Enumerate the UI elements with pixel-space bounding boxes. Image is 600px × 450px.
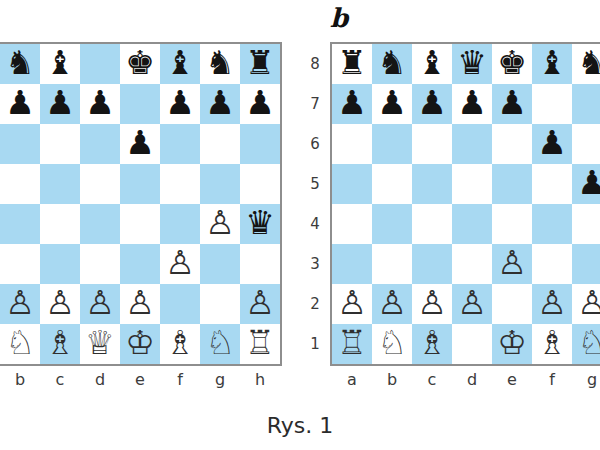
white-pawn: ♙ <box>165 243 195 283</box>
square-f3: ♙ <box>160 244 200 284</box>
square-f1: ♗ <box>160 324 200 364</box>
square-d8 <box>80 44 120 84</box>
square-e1: ♔ <box>492 324 532 364</box>
square-c6 <box>40 124 80 164</box>
rank-label-3: 3 <box>300 244 330 284</box>
square-f4 <box>532 204 572 244</box>
black-king: ♚ <box>497 43 527 83</box>
file-label-g: g <box>572 366 600 393</box>
square-e4 <box>492 204 532 244</box>
square-e3: ♙ <box>492 244 532 284</box>
square-b7: ♟ <box>372 84 412 124</box>
square-a6 <box>332 124 372 164</box>
square-c4 <box>412 204 452 244</box>
square-g8: ♞ <box>572 44 600 84</box>
rank-label-2: 2 <box>300 284 330 324</box>
square-f8: ♝ <box>160 44 200 84</box>
black-pawn: ♟ <box>5 83 35 123</box>
square-d6 <box>452 124 492 164</box>
white-pawn: ♙ <box>205 203 235 243</box>
white-king: ♔ <box>125 323 155 363</box>
square-d4 <box>80 204 120 244</box>
black-pawn: ♟ <box>457 83 487 123</box>
white-pawn: ♙ <box>417 283 447 323</box>
file-label-e: e <box>120 366 160 393</box>
square-c2: ♙ <box>412 284 452 324</box>
square-h7: ♟ <box>240 84 280 124</box>
file-label-a: a <box>332 366 372 393</box>
square-g2: ♙ <box>572 284 600 324</box>
square-a5 <box>332 164 372 204</box>
white-knight: ♘ <box>205 323 235 363</box>
square-d7: ♟ <box>80 84 120 124</box>
square-d3 <box>80 244 120 284</box>
square-e8: ♚ <box>492 44 532 84</box>
square-f1: ♗ <box>532 324 572 364</box>
square-c2: ♙ <box>40 284 80 324</box>
file-label-b: b <box>372 366 412 393</box>
black-pawn: ♟ <box>377 83 407 123</box>
square-b5 <box>372 164 412 204</box>
square-f2: ♙ <box>532 284 572 324</box>
square-b7: ♟ <box>0 84 40 124</box>
square-e2: ♙ <box>120 284 160 324</box>
rank-labels: 87654321 <box>300 42 330 393</box>
rank-label-8: 8 <box>300 44 330 84</box>
square-d6 <box>80 124 120 164</box>
black-pawn: ♟ <box>337 83 367 123</box>
square-c3 <box>40 244 80 284</box>
black-rook: ♜ <box>245 43 275 83</box>
black-pawn: ♟ <box>245 83 275 123</box>
square-g4: ♙ <box>200 204 240 244</box>
square-d2: ♙ <box>452 284 492 324</box>
white-pawn: ♙ <box>245 283 275 323</box>
white-knight: ♘ <box>577 323 600 363</box>
file-label-c: c <box>412 366 452 393</box>
square-h4: ♛ <box>240 204 280 244</box>
white-pawn: ♙ <box>85 283 115 323</box>
square-e2 <box>492 284 532 324</box>
square-f6 <box>160 124 200 164</box>
file-label-h: h <box>240 366 280 393</box>
square-d1: ♕ <box>80 324 120 364</box>
square-d5 <box>452 164 492 204</box>
square-a3 <box>332 244 372 284</box>
white-bishop: ♗ <box>165 323 195 363</box>
square-f5 <box>532 164 572 204</box>
white-knight: ♘ <box>5 323 35 363</box>
white-pawn: ♙ <box>377 283 407 323</box>
square-f5 <box>160 164 200 204</box>
square-g1: ♘ <box>572 324 600 364</box>
square-f6: ♟ <box>532 124 572 164</box>
square-d1 <box>452 324 492 364</box>
chessboard-right: 87654321♜♞♝♛♚♝♞♟♟♟♟♟♟♟♙♙♙♙♙♙♙♖♘♗♔♗♘abcde… <box>300 42 600 393</box>
file-label-f: f <box>532 366 572 393</box>
rank-label-5: 5 <box>300 164 330 204</box>
figure-rys-1: ♞♝♚♝♞♜♟♟♟♟♟♟♟♙♛♙♙♙♙♙♙♘♗♕♔♗♘♖bcdefgh 8765… <box>0 0 600 450</box>
black-king: ♚ <box>125 43 155 83</box>
white-queen: ♕ <box>85 323 115 363</box>
square-g4 <box>572 204 600 244</box>
black-bishop: ♝ <box>165 43 195 83</box>
file-labels: bcdefgh <box>0 366 282 393</box>
black-pawn: ♟ <box>125 123 155 163</box>
white-bishop: ♗ <box>537 323 567 363</box>
black-pawn: ♟ <box>165 83 195 123</box>
square-e4 <box>120 204 160 244</box>
square-e6 <box>492 124 532 164</box>
white-bishop: ♗ <box>417 323 447 363</box>
black-knight: ♞ <box>5 43 35 83</box>
square-c3 <box>412 244 452 284</box>
rank-label-6: 6 <box>300 124 330 164</box>
rank-label-4: 4 <box>300 204 330 244</box>
square-g7: ♟ <box>200 84 240 124</box>
square-g5: ♟ <box>572 164 600 204</box>
white-knight: ♘ <box>377 323 407 363</box>
white-pawn: ♙ <box>577 283 600 323</box>
square-h3 <box>240 244 280 284</box>
square-f3 <box>532 244 572 284</box>
black-pawn: ♟ <box>537 123 567 163</box>
black-bishop: ♝ <box>537 43 567 83</box>
square-e8: ♚ <box>120 44 160 84</box>
square-b1: ♘ <box>372 324 412 364</box>
black-knight: ♞ <box>377 43 407 83</box>
square-c1: ♗ <box>412 324 452 364</box>
square-e5 <box>120 164 160 204</box>
square-b5 <box>0 164 40 204</box>
board-b-label: b <box>330 3 348 33</box>
file-label-d: d <box>80 366 120 393</box>
square-b6 <box>372 124 412 164</box>
chessboard-left: ♞♝♚♝♞♜♟♟♟♟♟♟♟♙♛♙♙♙♙♙♙♘♗♕♔♗♘♖bcdefgh <box>0 42 282 393</box>
file-label-e: e <box>492 366 532 393</box>
square-c6 <box>412 124 452 164</box>
square-h1: ♖ <box>240 324 280 364</box>
square-d5 <box>80 164 120 204</box>
black-pawn: ♟ <box>577 163 600 203</box>
square-d2: ♙ <box>80 284 120 324</box>
square-e7 <box>120 84 160 124</box>
file-label-g: g <box>200 366 240 393</box>
white-rook: ♖ <box>245 323 275 363</box>
file-label-f: f <box>160 366 200 393</box>
square-b8: ♞ <box>372 44 412 84</box>
square-b4 <box>0 204 40 244</box>
square-e7: ♟ <box>492 84 532 124</box>
square-b4 <box>372 204 412 244</box>
black-bishop: ♝ <box>417 43 447 83</box>
board-grid-right: ♜♞♝♛♚♝♞♟♟♟♟♟♟♟♙♙♙♙♙♙♙♖♘♗♔♗♘ <box>330 42 600 366</box>
square-b3 <box>0 244 40 284</box>
white-rook: ♖ <box>337 323 367 363</box>
square-e5 <box>492 164 532 204</box>
square-b1: ♘ <box>0 324 40 364</box>
square-e6: ♟ <box>120 124 160 164</box>
black-pawn: ♟ <box>417 83 447 123</box>
square-h6 <box>240 124 280 164</box>
square-h2: ♙ <box>240 284 280 324</box>
black-bishop: ♝ <box>45 43 75 83</box>
white-pawn: ♙ <box>457 283 487 323</box>
square-g1: ♘ <box>200 324 240 364</box>
rank-label-7: 7 <box>300 84 330 124</box>
black-knight: ♞ <box>577 43 600 83</box>
square-d3 <box>452 244 492 284</box>
square-c7: ♟ <box>412 84 452 124</box>
square-c8: ♝ <box>412 44 452 84</box>
rank-label-1: 1 <box>300 324 330 364</box>
white-pawn: ♙ <box>337 283 367 323</box>
figure-caption: Rys. 1 <box>210 413 390 438</box>
square-c4 <box>40 204 80 244</box>
white-pawn: ♙ <box>5 283 35 323</box>
square-d8: ♛ <box>452 44 492 84</box>
square-a7: ♟ <box>332 84 372 124</box>
square-c1: ♗ <box>40 324 80 364</box>
square-b3 <box>372 244 412 284</box>
black-pawn: ♟ <box>85 83 115 123</box>
white-pawn: ♙ <box>497 243 527 283</box>
white-pawn: ♙ <box>125 283 155 323</box>
black-queen: ♛ <box>245 203 275 243</box>
square-g2 <box>200 284 240 324</box>
black-queen: ♛ <box>457 43 487 83</box>
black-pawn: ♟ <box>205 83 235 123</box>
square-a8: ♜ <box>332 44 372 84</box>
square-b6 <box>0 124 40 164</box>
square-b2: ♙ <box>0 284 40 324</box>
square-g8: ♞ <box>200 44 240 84</box>
square-g6 <box>572 124 600 164</box>
black-pawn: ♟ <box>45 83 75 123</box>
square-e1: ♔ <box>120 324 160 364</box>
black-pawn: ♟ <box>497 83 527 123</box>
square-h8: ♜ <box>240 44 280 84</box>
square-b2: ♙ <box>372 284 412 324</box>
square-c7: ♟ <box>40 84 80 124</box>
black-rook: ♜ <box>337 43 367 83</box>
square-f7: ♟ <box>160 84 200 124</box>
square-b8: ♞ <box>0 44 40 84</box>
black-knight: ♞ <box>205 43 235 83</box>
square-g7 <box>572 84 600 124</box>
file-label-c: c <box>40 366 80 393</box>
white-pawn: ♙ <box>45 283 75 323</box>
square-g3 <box>572 244 600 284</box>
square-f7 <box>532 84 572 124</box>
square-d4 <box>452 204 492 244</box>
file-label-b: b <box>0 366 40 393</box>
white-pawn: ♙ <box>537 283 567 323</box>
square-g3 <box>200 244 240 284</box>
square-h5 <box>240 164 280 204</box>
square-a2: ♙ <box>332 284 372 324</box>
board-grid-left: ♞♝♚♝♞♜♟♟♟♟♟♟♟♙♛♙♙♙♙♙♙♘♗♕♔♗♘♖ <box>0 42 282 366</box>
square-d7: ♟ <box>452 84 492 124</box>
square-g5 <box>200 164 240 204</box>
square-f4 <box>160 204 200 244</box>
file-label-d: d <box>452 366 492 393</box>
square-c5 <box>40 164 80 204</box>
square-g6 <box>200 124 240 164</box>
file-labels: abcdefg <box>332 366 600 393</box>
white-king: ♔ <box>497 323 527 363</box>
white-bishop: ♗ <box>45 323 75 363</box>
square-e3 <box>120 244 160 284</box>
square-f8: ♝ <box>532 44 572 84</box>
square-c5 <box>412 164 452 204</box>
square-a1: ♖ <box>332 324 372 364</box>
square-c8: ♝ <box>40 44 80 84</box>
square-f2 <box>160 284 200 324</box>
square-a4 <box>332 204 372 244</box>
